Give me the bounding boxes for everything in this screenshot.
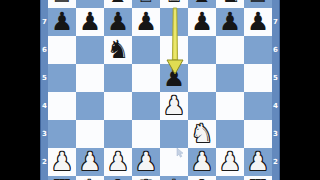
piece-white-knight-f3[interactable]: ♞ bbox=[191, 120, 213, 148]
square-h3[interactable] bbox=[244, 120, 272, 148]
square-a4[interactable] bbox=[48, 92, 76, 120]
square-d6[interactable] bbox=[132, 36, 160, 64]
square-g2[interactable]: ♟ bbox=[216, 148, 244, 176]
square-e7[interactable] bbox=[160, 8, 188, 36]
square-h1[interactable]: ♜ bbox=[244, 176, 272, 180]
piece-white-pawn-f2[interactable]: ♟ bbox=[191, 148, 213, 176]
piece-black-pawn-g7[interactable]: ♟ bbox=[219, 8, 241, 36]
square-a5[interactable] bbox=[48, 64, 76, 92]
square-f4[interactable] bbox=[188, 92, 216, 120]
piece-black-pawn-h7[interactable]: ♟ bbox=[247, 8, 269, 36]
square-e3[interactable] bbox=[160, 120, 188, 148]
piece-black-pawn-e5[interactable]: ♟ bbox=[163, 64, 185, 92]
square-b4[interactable] bbox=[76, 92, 104, 120]
rank-label-left-6: 6 bbox=[41, 46, 48, 55]
square-f7[interactable]: ♟ bbox=[188, 8, 216, 36]
square-d3[interactable] bbox=[132, 120, 160, 148]
square-d7[interactable]: ♟ bbox=[132, 8, 160, 36]
square-c7[interactable]: ♟ bbox=[104, 8, 132, 36]
rank-label-right-2: 2 bbox=[272, 158, 279, 167]
square-h5[interactable] bbox=[244, 64, 272, 92]
square-c3[interactable] bbox=[104, 120, 132, 148]
rank-label-left-2: 2 bbox=[41, 158, 48, 167]
square-e4[interactable]: ♟ bbox=[160, 92, 188, 120]
square-e2[interactable] bbox=[160, 148, 188, 176]
piece-white-rook-a1[interactable]: ♜ bbox=[51, 176, 73, 180]
square-a3[interactable] bbox=[48, 120, 76, 148]
piece-black-pawn-a7[interactable]: ♟ bbox=[51, 8, 73, 36]
square-f2[interactable]: ♟ bbox=[188, 148, 216, 176]
rank-label-right-5: 5 bbox=[272, 74, 279, 83]
square-f3[interactable]: ♞ bbox=[188, 120, 216, 148]
square-h7[interactable]: ♟ bbox=[244, 8, 272, 36]
piece-white-bishop-f1[interactable]: ♝ bbox=[191, 176, 213, 180]
square-f6[interactable] bbox=[188, 36, 216, 64]
square-a7[interactable]: ♟ bbox=[48, 8, 76, 36]
square-f1[interactable]: ♝ bbox=[188, 176, 216, 180]
square-c5[interactable] bbox=[104, 64, 132, 92]
rank-label-right-3: 3 bbox=[272, 130, 279, 139]
board-grid: ♜♝♛♚♝♞♜♟♟♟♟♟♟♟♞♟♟♞♟♟♟♟♟♟♟♜♞♝♛♚♝♜ bbox=[48, 0, 272, 180]
piece-white-pawn-b2[interactable]: ♟ bbox=[79, 148, 101, 176]
piece-white-pawn-a2[interactable]: ♟ bbox=[51, 148, 73, 176]
square-g3[interactable] bbox=[216, 120, 244, 148]
piece-white-queen-d1[interactable]: ♛ bbox=[135, 176, 157, 180]
square-g6[interactable] bbox=[216, 36, 244, 64]
square-g4[interactable] bbox=[216, 92, 244, 120]
square-d1[interactable]: ♛ bbox=[132, 176, 160, 180]
square-g1[interactable] bbox=[216, 176, 244, 180]
chess-board: ♜♝♛♚♝♞♜♟♟♟♟♟♟♟♞♟♟♞♟♟♟♟♟♟♟♜♞♝♛♚♝♜ 1122334… bbox=[40, 0, 280, 180]
piece-white-knight-b1[interactable]: ♞ bbox=[79, 176, 101, 180]
square-a2[interactable]: ♟ bbox=[48, 148, 76, 176]
square-b3[interactable] bbox=[76, 120, 104, 148]
video-frame: ♜♝♛♚♝♞♜♟♟♟♟♟♟♟♞♟♟♞♟♟♟♟♟♟♟♜♞♝♛♚♝♜ 1122334… bbox=[0, 0, 320, 180]
square-b7[interactable]: ♟ bbox=[76, 8, 104, 36]
piece-black-pawn-d7[interactable]: ♟ bbox=[135, 8, 157, 36]
square-d2[interactable]: ♟ bbox=[132, 148, 160, 176]
rank-label-left-4: 4 bbox=[41, 102, 48, 111]
square-c2[interactable]: ♟ bbox=[104, 148, 132, 176]
square-c4[interactable] bbox=[104, 92, 132, 120]
square-c6[interactable]: ♞ bbox=[104, 36, 132, 64]
square-c1[interactable]: ♝ bbox=[104, 176, 132, 180]
rank-label-right-4: 4 bbox=[272, 102, 279, 111]
letterbox-right bbox=[280, 0, 320, 180]
square-h2[interactable]: ♟ bbox=[244, 148, 272, 176]
piece-white-pawn-e4[interactable]: ♟ bbox=[163, 92, 185, 120]
piece-black-knight-c6[interactable]: ♞ bbox=[107, 36, 129, 64]
square-e5[interactable]: ♟ bbox=[160, 64, 188, 92]
square-e1[interactable]: ♚ bbox=[160, 176, 188, 180]
piece-white-pawn-c2[interactable]: ♟ bbox=[107, 148, 129, 176]
square-b1[interactable]: ♞ bbox=[76, 176, 104, 180]
piece-white-pawn-d2[interactable]: ♟ bbox=[135, 148, 157, 176]
piece-white-bishop-c1[interactable]: ♝ bbox=[107, 176, 129, 180]
square-g5[interactable] bbox=[216, 64, 244, 92]
rank-label-right-6: 6 bbox=[272, 46, 279, 55]
piece-white-pawn-h2[interactable]: ♟ bbox=[247, 148, 269, 176]
square-d5[interactable] bbox=[132, 64, 160, 92]
rank-label-left-7: 7 bbox=[41, 18, 48, 27]
rank-label-left-5: 5 bbox=[41, 74, 48, 83]
piece-black-pawn-c7[interactable]: ♟ bbox=[107, 8, 129, 36]
square-a6[interactable] bbox=[48, 36, 76, 64]
square-e8[interactable]: ♚ bbox=[160, 0, 188, 8]
letterbox-left bbox=[0, 0, 40, 180]
piece-white-king-e1[interactable]: ♚ bbox=[163, 176, 185, 180]
piece-black-king-e8[interactable]: ♚ bbox=[163, 0, 185, 8]
square-f5[interactable] bbox=[188, 64, 216, 92]
piece-black-pawn-f7[interactable]: ♟ bbox=[191, 8, 213, 36]
rank-label-right-7: 7 bbox=[272, 18, 279, 27]
square-a1[interactable]: ♜ bbox=[48, 176, 76, 180]
piece-black-pawn-b7[interactable]: ♟ bbox=[79, 8, 101, 36]
square-b5[interactable] bbox=[76, 64, 104, 92]
rank-label-left-3: 3 bbox=[41, 130, 48, 139]
square-e6[interactable] bbox=[160, 36, 188, 64]
square-h6[interactable] bbox=[244, 36, 272, 64]
piece-white-pawn-g2[interactable]: ♟ bbox=[219, 148, 241, 176]
square-d4[interactable] bbox=[132, 92, 160, 120]
square-b6[interactable] bbox=[76, 36, 104, 64]
square-g7[interactable]: ♟ bbox=[216, 8, 244, 36]
square-b2[interactable]: ♟ bbox=[76, 148, 104, 176]
piece-white-rook-h1[interactable]: ♜ bbox=[247, 176, 269, 180]
square-h4[interactable] bbox=[244, 92, 272, 120]
